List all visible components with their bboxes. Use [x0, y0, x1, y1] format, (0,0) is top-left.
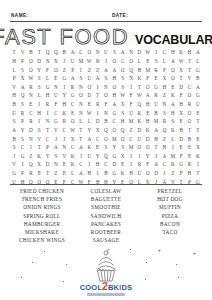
- grid-cell: P: [10, 74, 18, 83]
- grid-cell: F: [144, 74, 152, 83]
- grid-cell: T: [177, 74, 185, 83]
- confetti-dot: [44, 251, 45, 252]
- grid-cell: K: [144, 126, 152, 135]
- grid-cell: X: [160, 74, 168, 83]
- grid-cell: I: [93, 169, 101, 178]
- grid-cell: K: [60, 108, 68, 117]
- word-list: FRIED CHICKENFRENCH FRIESONION RINGSSPRI…: [10, 187, 202, 244]
- grid-cell: O: [135, 143, 143, 152]
- grid-cell: A: [194, 48, 202, 57]
- grid-cell: D: [144, 134, 152, 143]
- confetti-dot: [32, 262, 33, 263]
- grid-cell: O: [85, 83, 93, 92]
- grid-cell: S: [35, 126, 43, 135]
- grid-cell: S: [35, 74, 43, 83]
- grid-cell: B: [10, 134, 18, 143]
- grid-cell: M: [127, 143, 135, 152]
- grid-cell: R: [60, 117, 68, 126]
- word-item: COLESLAW: [91, 187, 122, 195]
- grid-cell: N: [60, 143, 68, 152]
- grid-cell: V: [10, 160, 18, 169]
- grid-cell: P: [18, 57, 26, 66]
- grid-cell: E: [93, 143, 101, 152]
- grid-cell: O: [144, 143, 152, 152]
- grid-cell: I: [77, 65, 85, 74]
- brand-logo: COOL2BKIDS: [0, 281, 212, 292]
- grid-cell: S: [119, 108, 127, 117]
- grid-cell: T: [152, 143, 160, 152]
- grid-cell: G: [110, 108, 118, 117]
- grid-cell: T: [35, 143, 43, 152]
- grid-cell: Y: [18, 126, 26, 135]
- grid-cell: H: [43, 91, 51, 100]
- grid-cell: L: [85, 117, 93, 126]
- grid-cell: S: [18, 134, 26, 143]
- grid-cell: C: [110, 117, 118, 126]
- grid-cell: A: [110, 100, 118, 109]
- grid-cell: S: [110, 48, 118, 57]
- grid-cell: S: [169, 117, 177, 126]
- grid-cell: A: [18, 83, 26, 92]
- grid-cell: G: [52, 117, 60, 126]
- grid-cell: A: [160, 152, 168, 161]
- grid-cell: X: [119, 100, 127, 109]
- grid-cell: O: [68, 117, 76, 126]
- grid-cell: H: [160, 143, 168, 152]
- grid-cell: L: [194, 57, 202, 66]
- grid-cell: N: [77, 100, 85, 109]
- grid-cell: F: [102, 100, 110, 109]
- grid-cell: D: [177, 134, 185, 143]
- grid-cell: S: [152, 57, 160, 66]
- grid-cell: L: [43, 74, 51, 83]
- grid-cell: A: [144, 91, 152, 100]
- date-label: DATE:: [112, 13, 128, 18]
- grid-cell: K: [177, 48, 185, 57]
- grid-cell: K: [135, 108, 143, 117]
- confetti-dot: [178, 277, 179, 278]
- grid-cell: G: [60, 74, 68, 83]
- grid-cell: C: [68, 143, 76, 152]
- grid-cell: I: [60, 83, 68, 92]
- grid-cell: E: [177, 143, 185, 152]
- grid-cell: W: [177, 57, 185, 66]
- logo-text-ds: DS: [121, 283, 132, 292]
- grid-cell: I: [152, 48, 160, 57]
- grid-cell: U: [52, 91, 60, 100]
- grid-cell: W: [27, 74, 35, 83]
- grid-cell: F: [127, 91, 135, 100]
- grid-cell: Z: [127, 126, 135, 135]
- grid-cell: B: [102, 169, 110, 178]
- grid-cell: P: [18, 169, 26, 178]
- grid-cell: I: [160, 169, 168, 178]
- footer: + + COOL2BKIDS: [0, 246, 212, 300]
- grid-cell: W: [144, 48, 152, 57]
- confetti-dot: [66, 264, 67, 265]
- grid-cell: U: [135, 134, 143, 143]
- grid-cell: H: [152, 134, 160, 143]
- grid-cell: R: [27, 83, 35, 92]
- grid-cell: C: [93, 134, 101, 143]
- word-item: PIZZA: [162, 212, 179, 220]
- grid-cell: Y: [110, 143, 118, 152]
- grid-cell: R: [18, 108, 26, 117]
- grid-cell: S: [52, 152, 60, 161]
- grid-cell: J: [60, 57, 68, 66]
- grid-cell: H: [127, 169, 135, 178]
- grid-cell: E: [27, 100, 35, 109]
- grid-cell: V: [52, 126, 60, 135]
- grid-cell: A: [10, 126, 18, 135]
- grid-cell: F: [160, 65, 168, 74]
- grid-cell: R: [152, 91, 160, 100]
- grid-cell: G: [177, 160, 185, 169]
- grid-cell: M: [144, 65, 152, 74]
- grid-cell: K: [119, 169, 127, 178]
- grid-cell: U: [102, 48, 110, 57]
- grid-cell: H: [169, 48, 177, 57]
- grid-cell: N: [27, 91, 35, 100]
- grid-cell: N: [102, 83, 110, 92]
- grid-cell: E: [60, 160, 68, 169]
- grid-cell: U: [10, 108, 18, 117]
- grid-cell: H: [60, 100, 68, 109]
- grid-cell: L: [160, 57, 168, 66]
- grid-cell: D: [93, 117, 101, 126]
- grid-cell: Y: [60, 91, 68, 100]
- grid-cell: T: [185, 65, 193, 74]
- grid-cell: Y: [93, 152, 101, 161]
- grid-cell: Q: [18, 91, 26, 100]
- grid-cell: O: [144, 169, 152, 178]
- grid-cell: H: [10, 91, 18, 100]
- grid-cell: I: [35, 100, 43, 109]
- grid-cell: B: [152, 108, 160, 117]
- grid-cell: H: [177, 100, 185, 109]
- grid-cell: N: [160, 100, 168, 109]
- grid-cell: C: [52, 108, 60, 117]
- logo-tagline: [87, 293, 125, 296]
- grid-cell: Z: [160, 91, 168, 100]
- grid-cell: F: [127, 100, 135, 109]
- grid-cell: P: [68, 65, 76, 74]
- grid-cell: Z: [169, 169, 177, 178]
- word-item: PRETZEL: [158, 187, 183, 195]
- grid-cell: H: [144, 117, 152, 126]
- grid-cell: V: [35, 134, 43, 143]
- grid-cell: O: [102, 134, 110, 143]
- grid-cell: Q: [160, 126, 168, 135]
- grid-cell: A: [93, 74, 101, 83]
- grid-cell: Q: [102, 152, 110, 161]
- grid-cell: A: [152, 160, 160, 169]
- grid-cell: B: [185, 134, 193, 143]
- grid-cell: C: [160, 160, 168, 169]
- grid-cell: J: [10, 152, 18, 161]
- grid-cell: C: [60, 126, 68, 135]
- grid-cell: O: [102, 91, 110, 100]
- grid-cell: O: [110, 57, 118, 66]
- grid-cell: I: [194, 160, 202, 169]
- grid-cell: C: [68, 100, 76, 109]
- grid-cell: H: [119, 117, 127, 126]
- grid-cell: Q: [102, 126, 110, 135]
- grid-cell: B: [177, 126, 185, 135]
- grid-cell: G: [68, 91, 76, 100]
- grid-cell: W: [85, 108, 93, 117]
- grid-cell: X: [119, 152, 127, 161]
- grid-cell: Q: [27, 160, 35, 169]
- grid-cell: I: [135, 152, 143, 161]
- confetti-dot: [21, 277, 22, 278]
- grid-cell: T: [77, 134, 85, 143]
- word-item: PANCAKES: [91, 220, 121, 228]
- grid-cell: C: [77, 48, 85, 57]
- grid-cell: E: [144, 57, 152, 66]
- grid-cell: I: [127, 160, 135, 169]
- grid-cell: D: [27, 126, 35, 135]
- grid-cell: R: [93, 57, 101, 66]
- grid-cell: O: [77, 91, 85, 100]
- grid-cell: K: [68, 152, 76, 161]
- grid-cell: K: [68, 160, 76, 169]
- grid-cell: U: [85, 74, 93, 83]
- grid-cell: I: [93, 83, 101, 92]
- grid-cell: X: [52, 57, 60, 66]
- grid-cell: E: [85, 100, 93, 109]
- grid-cell: K: [135, 74, 143, 83]
- grid-cell: A: [77, 169, 85, 178]
- confetti-dot: [146, 262, 147, 263]
- divider-line: [10, 184, 202, 185]
- grid-cell: I: [43, 108, 51, 117]
- word-item: FRIED CHICKEN: [20, 187, 64, 195]
- word-item: SANDWICH: [91, 212, 122, 220]
- grid-cell: R: [68, 83, 76, 92]
- word-item: SPRING ROLL: [23, 212, 60, 220]
- grid-cell: O: [119, 65, 127, 74]
- grid-cell: F: [144, 160, 152, 169]
- title-vocabulary: VOCABULARY: [135, 33, 212, 47]
- grid-cell: Z: [85, 65, 93, 74]
- grid-cell: R: [27, 117, 35, 126]
- grid-cell: W: [85, 57, 93, 66]
- grid-cell: E: [52, 74, 60, 83]
- grid-cell: E: [152, 74, 160, 83]
- grid-cell: U: [135, 169, 143, 178]
- grid-cell: G: [194, 91, 202, 100]
- grid-cell: Z: [60, 65, 68, 74]
- grid-cell: Z: [93, 65, 101, 74]
- grid-cell: I: [169, 143, 177, 152]
- grid-cell: B: [194, 74, 202, 83]
- grid-cell: Q: [119, 126, 127, 135]
- grid-cell: A: [169, 57, 177, 66]
- grid-cell: C: [119, 57, 127, 66]
- grid-cell: S: [119, 74, 127, 83]
- grid-cell: W: [68, 126, 76, 135]
- grid-cell: E: [169, 83, 177, 92]
- grid-cell: A: [194, 83, 202, 92]
- grid-cell: L: [135, 57, 143, 66]
- confetti-plus: +: [158, 249, 161, 254]
- grid-cell: I: [85, 160, 93, 169]
- grid-cell: D: [85, 91, 93, 100]
- word-column-1: FRIED CHICKENFRENCH FRIESONION RINGSSPRI…: [10, 187, 74, 244]
- grid-cell: F: [43, 65, 51, 74]
- grid-cell: C: [77, 160, 85, 169]
- grid-cell: V: [60, 152, 68, 161]
- cupcake-icon: [92, 248, 120, 282]
- grid-cell: L: [35, 91, 43, 100]
- grid-cell: Y: [43, 152, 51, 161]
- grid-cell: X: [93, 126, 101, 135]
- grid-cell: F: [177, 91, 185, 100]
- word-item: CHICKEN WINGS: [19, 236, 65, 244]
- grid-cell: E: [119, 160, 127, 169]
- grid-cell: S: [119, 143, 127, 152]
- grid-cell: C: [27, 108, 35, 117]
- confetti-dot: [176, 264, 177, 265]
- word-item: SMOOTHIE: [91, 203, 121, 211]
- grid-cell: L: [10, 65, 18, 74]
- grid-cell: T: [43, 169, 51, 178]
- word-item: SAUSAGE: [93, 236, 120, 244]
- grid-cell: J: [60, 134, 68, 143]
- grid-cell: S: [18, 100, 26, 109]
- word-item: ROOTBEER: [91, 228, 121, 236]
- grid-cell: N: [127, 74, 135, 83]
- grid-cell: H: [85, 169, 93, 178]
- grid-cell: A: [77, 143, 85, 152]
- grid-cell: B: [102, 117, 110, 126]
- grid-cell: J: [102, 57, 110, 66]
- grid-cell: H: [144, 100, 152, 109]
- word-column-2: COLESLAWBAGUETTESMOOTHIESANDWICHPANCAKES…: [74, 187, 138, 244]
- grid-cell: G: [110, 169, 118, 178]
- grid-cell: Z: [52, 169, 60, 178]
- grid-cell: X: [35, 160, 43, 169]
- grid-cell: Z: [160, 134, 168, 143]
- grid-cell: X: [68, 134, 76, 143]
- grid-cell: N: [102, 108, 110, 117]
- grid-cell: S: [18, 65, 26, 74]
- grid-cell: C: [160, 48, 168, 57]
- grid-cell: N: [127, 48, 135, 57]
- grid-cell: T: [43, 126, 51, 135]
- grid-cell: G: [10, 169, 18, 178]
- grid-cell: O: [85, 48, 93, 57]
- grid-cell: O: [185, 117, 193, 126]
- word-item: FRENCH FRIES: [22, 195, 62, 203]
- grid-cell: U: [85, 152, 93, 161]
- grid-cell: E: [144, 108, 152, 117]
- grid-cell: O: [185, 108, 193, 117]
- grid-cell: K: [135, 117, 143, 126]
- grid-cell: R: [160, 117, 168, 126]
- grid-cell: E: [194, 134, 202, 143]
- grid-cell: C: [102, 160, 110, 169]
- grid-cell: R: [169, 160, 177, 169]
- grid-cell: K: [194, 152, 202, 161]
- word-item: HOT DOG: [157, 195, 183, 203]
- grid-cell: A: [52, 143, 60, 152]
- grid-cell: K: [35, 152, 43, 161]
- grid-cell: H: [160, 83, 168, 92]
- grid-cell: R: [93, 100, 101, 109]
- grid-cell: I: [18, 160, 26, 169]
- grid-cell: Q: [52, 48, 60, 57]
- grid-cell: E: [194, 108, 202, 117]
- grid-cell: T: [194, 117, 202, 126]
- grid-cell: S: [102, 143, 110, 152]
- grid-cell: O: [144, 83, 152, 92]
- grid-cell: A: [152, 126, 160, 135]
- header-underline: [10, 21, 202, 22]
- word-item: BAGUETTE: [91, 195, 121, 203]
- grid-cell: D: [110, 160, 118, 169]
- grid-cell: O: [27, 57, 35, 66]
- grid-cell: J: [52, 134, 60, 143]
- grid-cell: G: [110, 152, 118, 161]
- grid-cell: T: [185, 126, 193, 135]
- grid-cell: E: [185, 143, 193, 152]
- grid-cell: T: [35, 48, 43, 57]
- grid-cell: H: [169, 108, 177, 117]
- grid-cell: R: [135, 160, 143, 169]
- grid-cell: N: [52, 160, 60, 169]
- grid-cell: O: [110, 126, 118, 135]
- page-title: FAST FOOD VOCABULARY: [0, 24, 212, 50]
- grid-cell: M: [127, 117, 135, 126]
- grid-cell: B: [27, 48, 35, 57]
- grid-cell: X: [18, 74, 26, 83]
- logo-text-cool: COOL: [80, 283, 102, 292]
- grid-cell: T: [194, 126, 202, 135]
- grid-cell: Y: [35, 65, 43, 74]
- grid-cell: T: [135, 83, 143, 92]
- grid-cell: V: [18, 48, 26, 57]
- grid-cell: J: [77, 152, 85, 161]
- word-item: TACO: [162, 228, 177, 236]
- grid-cell: H: [185, 169, 193, 178]
- grid-cell: B: [135, 65, 143, 74]
- grid-cell: C: [18, 143, 26, 152]
- grid-cell: W: [135, 91, 143, 100]
- grid-cell: T: [185, 57, 193, 66]
- worksheet-page: NAME: DATE: FAST FOOD VOCABULARY TVBTQQB…: [0, 0, 212, 300]
- grid-cell: O: [119, 134, 127, 143]
- grid-cell: Z: [27, 152, 35, 161]
- grid-cell: T: [10, 48, 18, 57]
- grid-cell: X: [177, 65, 185, 74]
- grid-cell: K: [85, 143, 93, 152]
- grid-cell: Q: [127, 65, 135, 74]
- grid-cell: C: [185, 83, 193, 92]
- grid-cell: E: [185, 152, 193, 161]
- grid-cell: O: [169, 74, 177, 83]
- grid-cell: M: [110, 134, 118, 143]
- grid-cell: C: [127, 134, 135, 143]
- grid-cell: D: [43, 160, 51, 169]
- grid-cell: N: [43, 57, 51, 66]
- grid-cell: Y: [144, 152, 152, 161]
- word-item: BACON: [160, 220, 180, 228]
- grid-cell: C: [43, 134, 51, 143]
- grid-cell: N: [27, 134, 35, 143]
- word-item: ONION RINGS: [23, 203, 61, 211]
